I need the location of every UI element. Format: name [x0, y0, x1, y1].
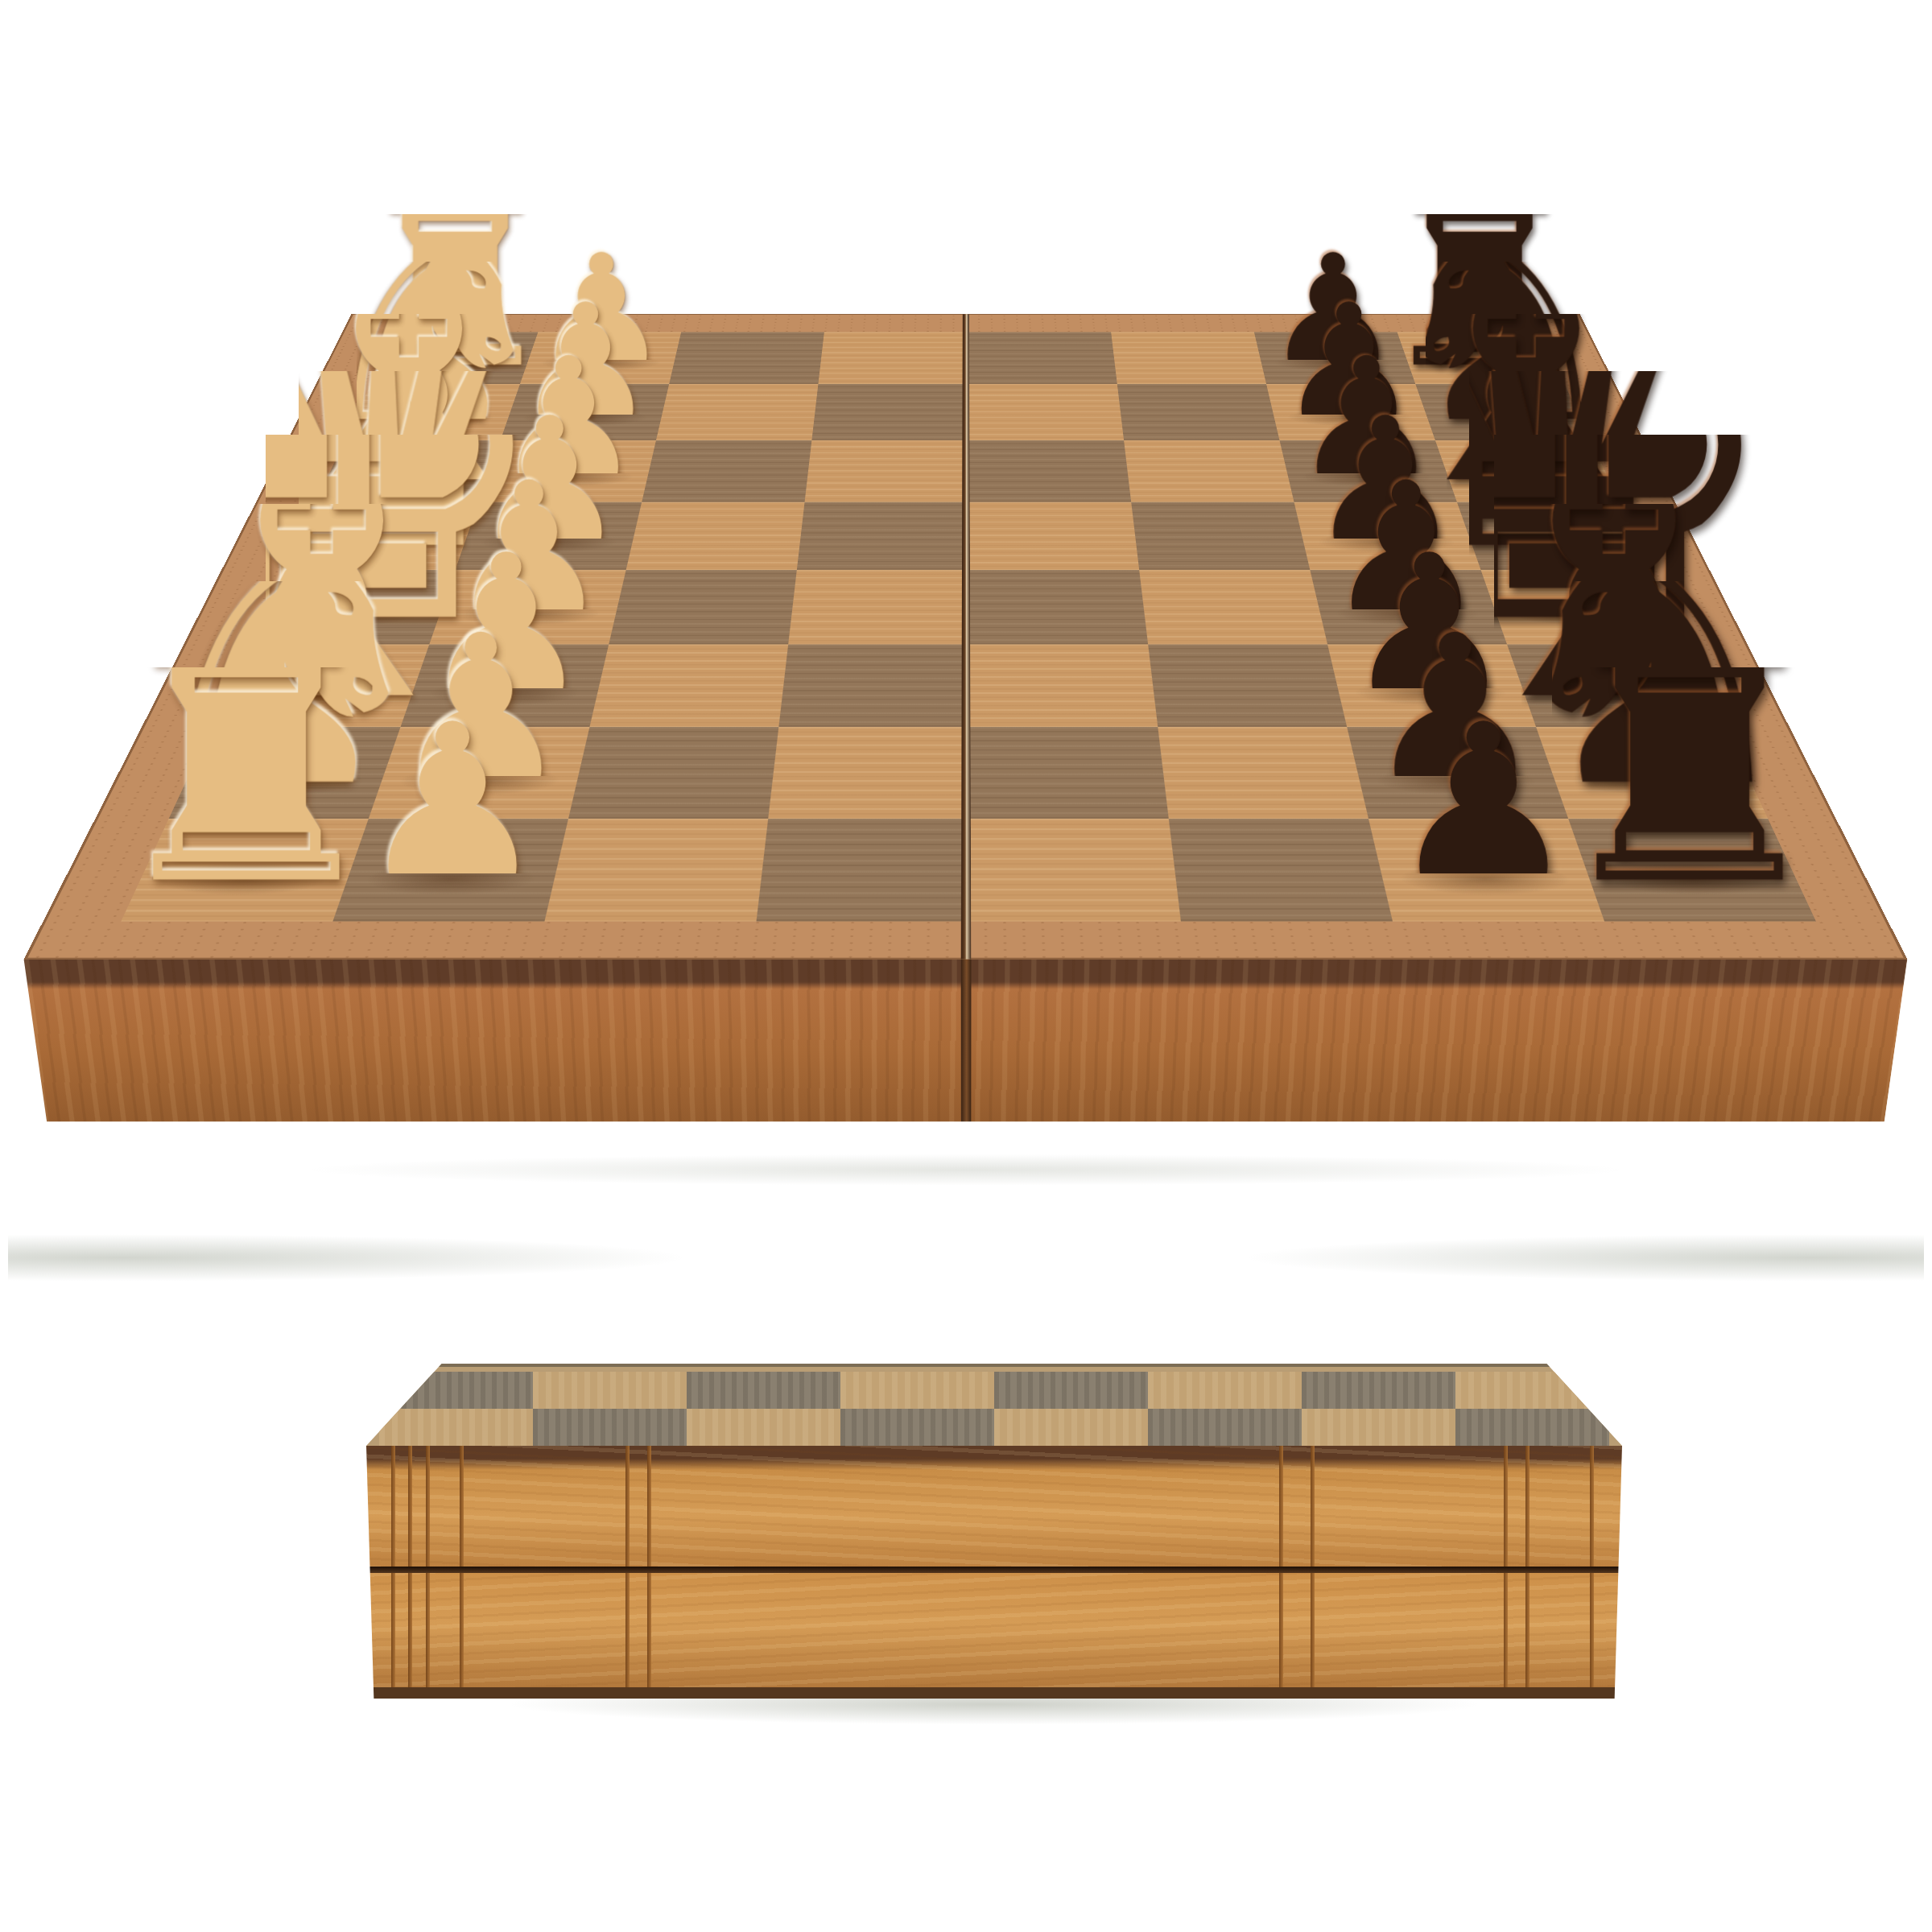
- fold-seam-front: [960, 960, 971, 1122]
- board-front-edge: [24, 960, 1908, 1122]
- groove-line: [1279, 1446, 1283, 1567]
- box-top-square: [840, 1409, 994, 1446]
- square-f5[interactable]: [968, 644, 1158, 726]
- box-top-square: [1148, 1409, 1302, 1446]
- square-f3[interactable]: [590, 644, 789, 726]
- groove-line: [460, 1573, 464, 1687]
- square-a5[interactable]: [968, 332, 1117, 384]
- square-f6[interactable]: [1148, 644, 1347, 726]
- open-chess-board: ♜♟♟♜♞♟♟♞♝♟♟♝♛♟♟♛♚♟♟♚♝♟♟♝♞♟♟♞♜♟♟♜: [222, 0, 1709, 1312]
- board-3d-tilt: ♜♟♟♜♞♟♟♞♝♟♟♝♛♟♟♛♚♟♟♚♝♟♟♝♞♟♟♞♜♟♟♜: [24, 314, 1908, 959]
- box-top-checkerboard: [379, 1372, 1609, 1446]
- box-top-square: [1455, 1372, 1609, 1409]
- square-g4[interactable]: [769, 727, 968, 819]
- box-lower-half: [366, 1573, 1622, 1687]
- groove-line: [1279, 1573, 1283, 1687]
- groove-line: [408, 1446, 412, 1567]
- groove-line: [391, 1446, 395, 1567]
- box-top-square: [1302, 1372, 1455, 1409]
- groove-line: [1590, 1573, 1594, 1687]
- box-top-back-edge: [366, 1364, 1622, 1367]
- groove-line: [1525, 1573, 1529, 1687]
- box-front-face: [366, 1446, 1622, 1699]
- box-hinge-seam: [366, 1567, 1622, 1573]
- square-a3[interactable]: [669, 332, 824, 384]
- groove-line: [1311, 1446, 1315, 1567]
- square-g3[interactable]: [568, 727, 778, 819]
- folded-chess-box: [366, 1364, 1622, 1705]
- square-c5[interactable]: [968, 440, 1131, 502]
- groove-line: [647, 1573, 651, 1687]
- square-h5[interactable]: [968, 819, 1180, 922]
- square-c3[interactable]: [642, 440, 811, 502]
- square-h3[interactable]: [545, 819, 769, 922]
- square-g6[interactable]: [1158, 727, 1368, 819]
- square-b5[interactable]: [968, 384, 1124, 440]
- groove-line: [625, 1573, 630, 1687]
- groove-line: [426, 1446, 430, 1567]
- box-top-square: [994, 1409, 1148, 1446]
- box-top-square: [379, 1409, 533, 1446]
- square-b6[interactable]: [1117, 384, 1279, 440]
- square-a6[interactable]: [1111, 332, 1266, 384]
- square-d4[interactable]: [797, 502, 968, 570]
- groove-line: [1590, 1446, 1594, 1567]
- box-top-square: [1302, 1409, 1455, 1446]
- square-a4[interactable]: [819, 332, 968, 384]
- box-bottom-band: [366, 1687, 1622, 1699]
- box-top-square: [533, 1409, 687, 1446]
- groove-line: [1504, 1573, 1508, 1687]
- box-top-square: [840, 1372, 994, 1409]
- square-d5[interactable]: [968, 502, 1138, 570]
- box-top-square: [533, 1372, 687, 1409]
- box-top-surface: [366, 1364, 1622, 1446]
- groove-line: [1504, 1446, 1508, 1567]
- groove-line: [408, 1573, 412, 1687]
- groove-line: [460, 1446, 464, 1567]
- board-top-surface: ♜♟♟♜♞♟♟♞♝♟♟♝♛♟♟♛♚♟♟♚♝♟♟♝♞♟♟♞♜♟♟♜: [24, 314, 1908, 959]
- groove-line: [426, 1573, 430, 1687]
- white-pawn-h2[interactable]: ♟: [349, 667, 555, 873]
- black-rook-h8[interactable]: ♜: [1587, 667, 1793, 873]
- square-b4[interactable]: [812, 384, 968, 440]
- box-top-square: [994, 1372, 1148, 1409]
- white-rook-h1[interactable]: ♜: [143, 667, 349, 873]
- product-photo-scene: ♜♟♟♜♞♟♟♞♝♟♟♝♛♟♟♛♚♟♟♚♝♟♟♝♞♟♟♞♜♟♟♜: [0, 0, 1932, 1932]
- box-top-square: [687, 1372, 840, 1409]
- groove-line: [625, 1446, 630, 1567]
- square-e5[interactable]: [968, 570, 1148, 645]
- square-e4[interactable]: [789, 570, 968, 645]
- square-b3[interactable]: [656, 384, 819, 440]
- box-top-square: [1148, 1372, 1302, 1409]
- square-c6[interactable]: [1124, 440, 1294, 502]
- square-h6[interactable]: [1168, 819, 1392, 922]
- square-g5[interactable]: [968, 727, 1169, 819]
- groove-line: [391, 1573, 395, 1687]
- box-upper-half: [366, 1446, 1622, 1567]
- square-h4[interactable]: [757, 819, 968, 922]
- groove-line: [647, 1446, 651, 1567]
- square-d3[interactable]: [626, 502, 805, 570]
- square-d6[interactable]: [1131, 502, 1310, 570]
- box-top-square: [687, 1409, 840, 1446]
- groove-line: [1311, 1573, 1315, 1687]
- groove-line: [1525, 1446, 1529, 1567]
- square-f4[interactable]: [779, 644, 968, 726]
- square-e3[interactable]: [609, 570, 798, 645]
- square-e6[interactable]: [1139, 570, 1327, 645]
- box-top-square: [379, 1372, 533, 1409]
- box-top-square: [1455, 1409, 1609, 1446]
- square-c4[interactable]: [805, 440, 968, 502]
